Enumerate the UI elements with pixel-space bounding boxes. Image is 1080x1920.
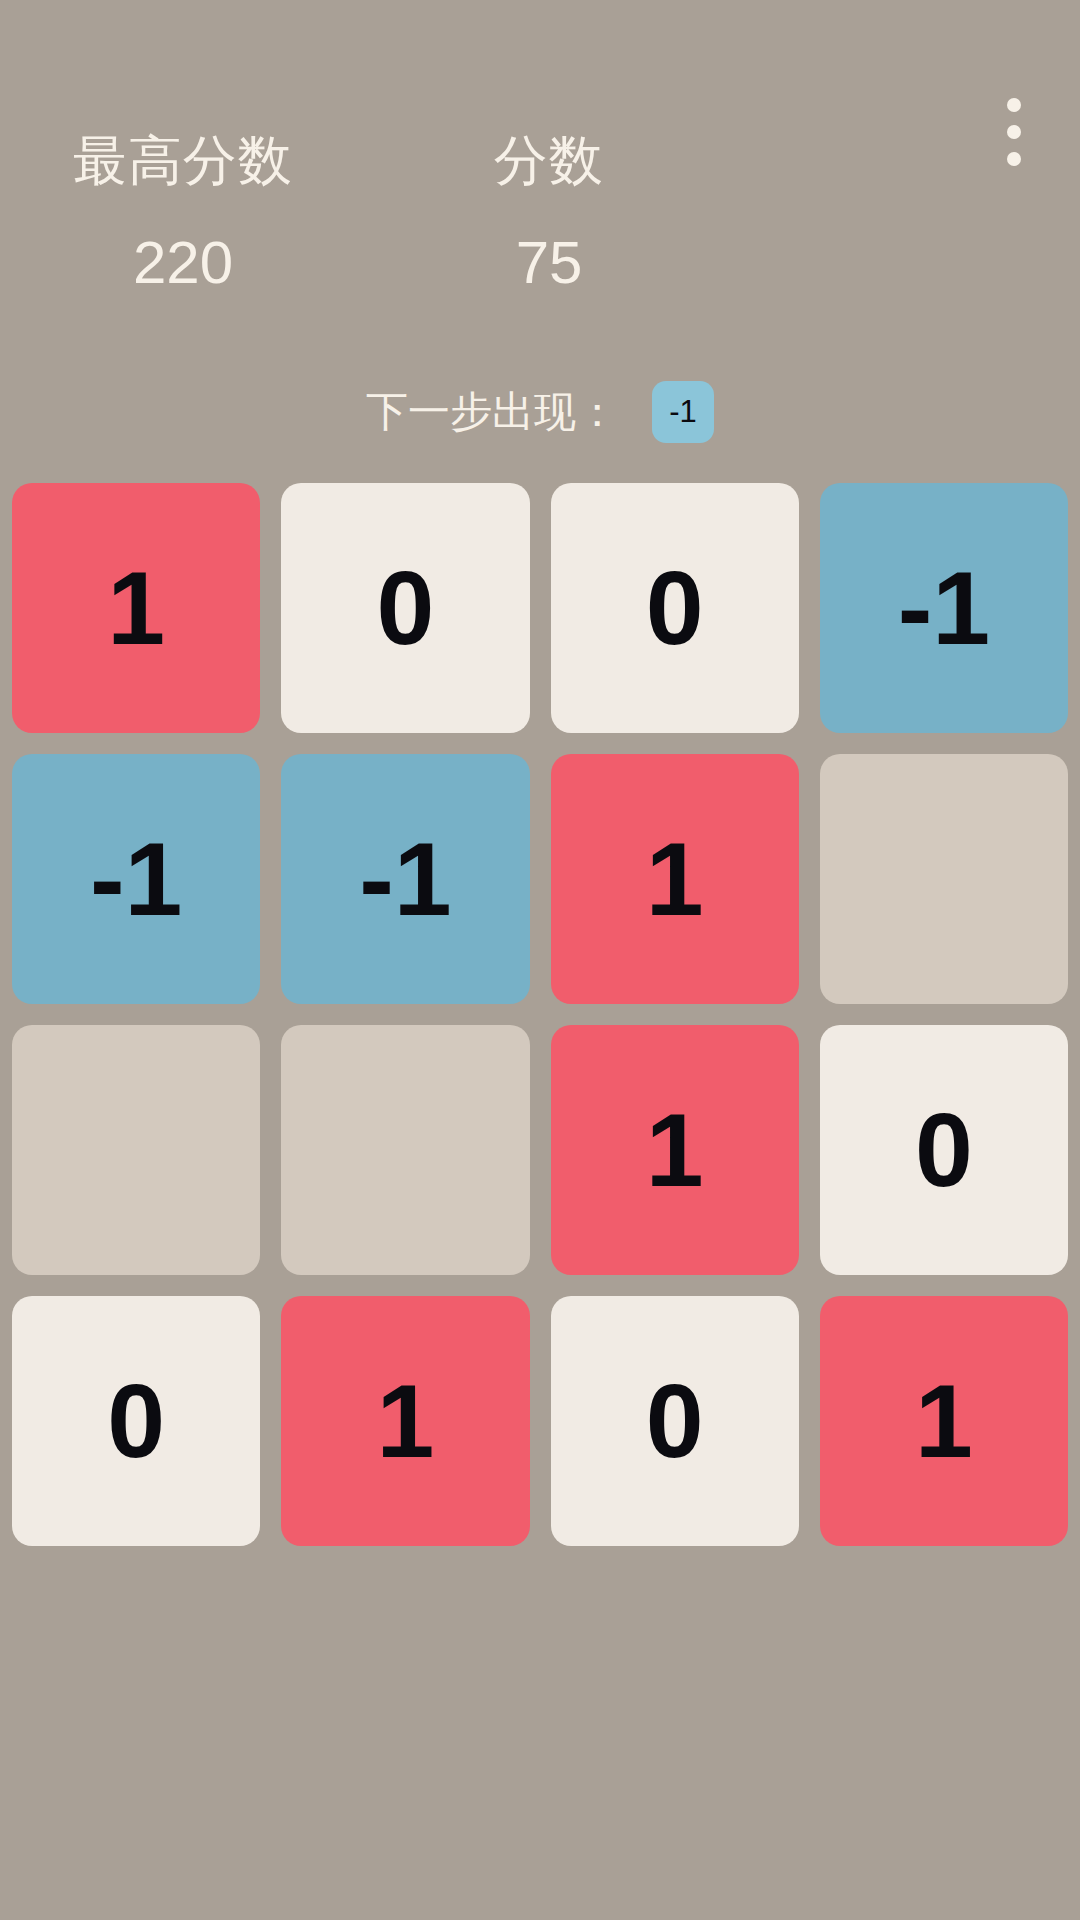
tile-r3c3[interactable]: 1: [551, 1025, 799, 1275]
tile-r4c1[interactable]: 0: [12, 1296, 260, 1546]
tile-r3c4[interactable]: 0: [820, 1025, 1068, 1275]
cell-r2c4-empty: [820, 754, 1068, 1004]
best-score-label: 最高分数: [43, 133, 323, 187]
cell-r3c1-empty: [12, 1025, 260, 1275]
kebab-menu-icon: [1007, 125, 1021, 139]
next-tile-label: 下一步出现：: [366, 381, 618, 443]
next-tile-row: 下一步出现： -1: [0, 381, 1080, 443]
tile-r2c3[interactable]: 1: [551, 754, 799, 1004]
tile-r2c2[interactable]: -1: [281, 754, 529, 1004]
tile-r4c4[interactable]: 1: [820, 1296, 1068, 1546]
kebab-menu-icon: [1007, 98, 1021, 112]
best-score-value: 220: [43, 233, 323, 293]
tile-r2c1[interactable]: -1: [12, 754, 260, 1004]
current-score-label: 分数: [409, 133, 689, 187]
next-tile-preview: -1: [652, 381, 714, 443]
board-grid[interactable]: 100-1-1-11100101: [12, 483, 1068, 1546]
best-score-block: 最高分数 220: [43, 133, 323, 293]
tile-r1c4[interactable]: -1: [820, 483, 1068, 733]
current-score-block: 分数 75: [409, 133, 689, 293]
tile-r4c2[interactable]: 1: [281, 1296, 529, 1546]
menu-button[interactable]: [1003, 96, 1025, 168]
tile-r4c3[interactable]: 0: [551, 1296, 799, 1546]
cell-r3c2-empty: [281, 1025, 529, 1275]
kebab-menu-icon: [1007, 152, 1021, 166]
current-score-value: 75: [409, 233, 689, 293]
tile-r1c3[interactable]: 0: [551, 483, 799, 733]
tile-r1c1[interactable]: 1: [12, 483, 260, 733]
tile-r1c2[interactable]: 0: [281, 483, 529, 733]
